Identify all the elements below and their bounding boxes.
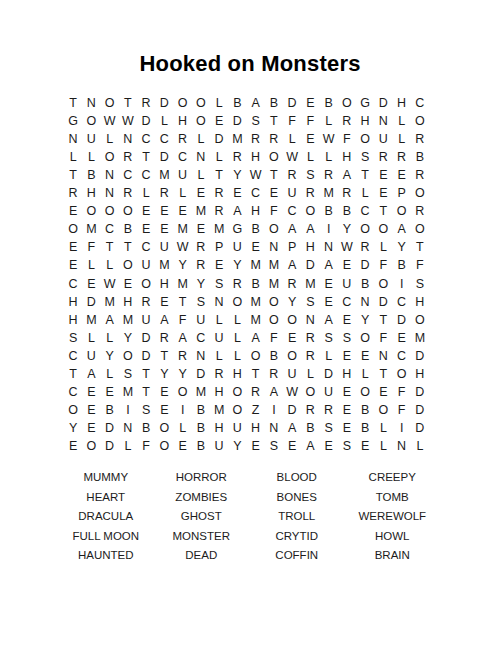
grid-cell[interactable]: N [356,293,374,311]
grid-cell[interactable]: I [119,401,137,419]
grid-cell[interactable]: O [119,347,137,365]
grid-cell[interactable]: N [82,94,100,112]
grid-cell[interactable]: O [247,347,265,365]
grid-cell[interactable]: R [283,166,301,184]
grid-cell[interactable]: S [411,274,429,292]
grid-cell[interactable]: E [192,220,210,238]
grid-cell[interactable]: T [174,293,192,311]
grid-cell[interactable]: E [82,401,100,419]
grid-cell[interactable]: R [338,112,356,130]
grid-cell[interactable]: B [393,256,411,274]
grid-cell[interactable]: D [137,112,155,130]
grid-cell[interactable]: L [356,184,374,202]
grid-cell[interactable]: O [393,202,411,220]
grid-cell[interactable]: C [137,238,155,256]
grid-cell[interactable]: M [228,130,246,148]
grid-cell[interactable]: T [101,238,119,256]
grid-cell[interactable]: R [320,401,338,419]
grid-cell[interactable]: N [393,437,411,455]
grid-cell[interactable]: N [265,419,283,437]
grid-cell[interactable]: D [320,365,338,383]
grid-cell[interactable]: S [320,419,338,437]
grid-cell[interactable]: O [155,419,173,437]
grid-cell[interactable]: D [411,383,429,401]
grid-cell[interactable]: F [301,112,319,130]
grid-cell[interactable]: T [137,365,155,383]
grid-cell[interactable]: S [338,329,356,347]
grid-cell[interactable]: E [338,347,356,365]
grid-cell[interactable]: A [320,311,338,329]
grid-cell[interactable]: M [247,293,265,311]
grid-cell[interactable]: Y [283,293,301,311]
grid-cell[interactable]: C [192,329,210,347]
grid-cell[interactable]: A [247,329,265,347]
grid-cell[interactable]: E [338,401,356,419]
grid-cell[interactable]: B [356,274,374,292]
grid-cell[interactable]: R [210,365,228,383]
grid-cell[interactable]: N [374,347,392,365]
grid-cell[interactable]: I [174,401,192,419]
grid-cell[interactable]: N [101,184,119,202]
grid-cell[interactable]: D [411,419,429,437]
grid-cell[interactable]: S [137,401,155,419]
grid-cell[interactable]: E [64,202,82,220]
grid-cell[interactable]: E [374,383,392,401]
grid-cell[interactable]: A [283,220,301,238]
grid-cell[interactable]: C [174,148,192,166]
grid-cell[interactable]: Y [338,220,356,238]
grid-cell[interactable]: A [101,311,119,329]
grid-cell[interactable]: O [101,202,119,220]
grid-cell[interactable]: M [192,202,210,220]
grid-cell[interactable]: O [119,202,137,220]
grid-cell[interactable]: N [119,130,137,148]
grid-cell[interactable]: U [82,130,100,148]
grid-cell[interactable]: H [393,94,411,112]
grid-cell[interactable]: R [119,148,137,166]
grid-cell[interactable]: H [411,293,429,311]
grid-cell[interactable]: L [374,437,392,455]
grid-cell[interactable]: M [320,184,338,202]
grid-cell[interactable]: M [101,293,119,311]
grid-cell[interactable]: M [119,311,137,329]
grid-cell[interactable]: C [393,347,411,365]
grid-cell[interactable]: L [320,148,338,166]
grid-cell[interactable]: S [210,274,228,292]
grid-cell[interactable]: E [301,130,319,148]
grid-cell[interactable]: O [301,383,319,401]
grid-cell[interactable]: E [64,238,82,256]
grid-cell[interactable]: M [210,401,228,419]
grid-cell[interactable]: N [374,112,392,130]
grid-cell[interactable]: Y [393,238,411,256]
grid-cell[interactable]: N [101,166,119,184]
grid-cell[interactable]: L [174,184,192,202]
grid-cell[interactable]: H [210,383,228,401]
grid-cell[interactable]: R [411,166,429,184]
grid-cell[interactable]: E [338,383,356,401]
grid-cell[interactable]: H [82,184,100,202]
grid-cell[interactable]: E [155,383,173,401]
grid-cell[interactable]: R [64,184,82,202]
grid-cell[interactable]: I [393,274,411,292]
grid-cell[interactable]: W [283,383,301,401]
grid-cell[interactable]: E [265,184,283,202]
grid-cell[interactable]: F [338,130,356,148]
grid-cell[interactable]: U [155,238,173,256]
grid-cell[interactable]: U [192,311,210,329]
grid-cell[interactable]: E [119,274,137,292]
grid-cell[interactable]: T [265,166,283,184]
grid-cell[interactable]: T [265,112,283,130]
grid-cell[interactable]: Y [101,347,119,365]
grid-cell[interactable]: E [210,112,228,130]
grid-cell[interactable]: F [393,383,411,401]
grid-cell[interactable]: W [247,166,265,184]
grid-cell[interactable]: B [301,419,319,437]
grid-cell[interactable]: S [119,365,137,383]
grid-cell[interactable]: L [411,437,429,455]
grid-cell[interactable]: M [82,311,100,329]
grid-cell[interactable]: W [101,274,119,292]
grid-cell[interactable]: B [247,220,265,238]
grid-cell[interactable]: O [356,383,374,401]
grid-cell[interactable]: N [301,311,319,329]
grid-cell[interactable]: E [374,184,392,202]
grid-cell[interactable]: R [393,148,411,166]
grid-cell[interactable]: B [228,94,246,112]
grid-cell[interactable]: O [192,94,210,112]
grid-cell[interactable]: H [338,148,356,166]
grid-cell[interactable]: T [374,365,392,383]
grid-cell[interactable]: O [228,401,246,419]
grid-cell[interactable]: O [192,112,210,130]
grid-cell[interactable]: B [101,401,119,419]
grid-cell[interactable]: O [301,202,319,220]
grid-cell[interactable]: H [411,365,429,383]
grid-cell[interactable]: P [393,184,411,202]
grid-cell[interactable]: M [82,220,100,238]
grid-cell[interactable]: R [137,293,155,311]
grid-cell[interactable]: R [192,238,210,256]
grid-cell[interactable]: D [411,347,429,365]
grid-cell[interactable]: H [301,238,319,256]
grid-cell[interactable]: Y [228,256,246,274]
grid-cell[interactable]: S [247,112,265,130]
grid-cell[interactable]: S [320,329,338,347]
grid-cell[interactable]: T [155,347,173,365]
grid-cell[interactable]: C [411,94,429,112]
grid-cell[interactable]: U [320,383,338,401]
grid-cell[interactable]: O [411,220,429,238]
grid-cell[interactable]: D [374,293,392,311]
grid-cell[interactable]: L [393,130,411,148]
grid-cell[interactable]: B [82,166,100,184]
grid-cell[interactable]: W [119,112,137,130]
grid-cell[interactable]: G [228,220,246,238]
grid-cell[interactable]: H [174,112,192,130]
grid-cell[interactable]: O [101,94,119,112]
grid-cell[interactable]: T [356,166,374,184]
grid-cell[interactable]: O [265,311,283,329]
grid-cell[interactable]: R [210,184,228,202]
grid-cell[interactable]: D [82,293,100,311]
grid-cell[interactable]: O [64,220,82,238]
grid-cell[interactable]: C [137,130,155,148]
grid-cell[interactable]: E [82,383,100,401]
grid-cell[interactable]: O [137,274,155,292]
grid-cell[interactable]: L [82,256,100,274]
grid-cell[interactable]: F [393,401,411,419]
grid-cell[interactable]: O [174,94,192,112]
grid-cell[interactable]: E [210,256,228,274]
grid-cell[interactable]: O [82,202,100,220]
grid-cell[interactable]: D [283,401,301,419]
grid-cell[interactable]: O [265,220,283,238]
grid-cell[interactable]: R [137,94,155,112]
grid-cell[interactable]: S [338,437,356,455]
grid-cell[interactable]: A [247,94,265,112]
grid-cell[interactable]: O [228,383,246,401]
grid-cell[interactable]: I [320,220,338,238]
grid-cell[interactable]: L [119,437,137,455]
grid-cell[interactable]: O [393,365,411,383]
grid-cell[interactable]: H [247,148,265,166]
grid-cell[interactable]: L [210,148,228,166]
grid-cell[interactable]: A [393,220,411,238]
grid-cell[interactable]: W [174,238,192,256]
grid-cell[interactable]: F [265,202,283,220]
grid-cell[interactable]: U [374,130,392,148]
grid-cell[interactable]: L [192,130,210,148]
grid-cell[interactable]: N [265,238,283,256]
grid-cell[interactable]: E [174,437,192,455]
grid-cell[interactable]: U [210,329,228,347]
grid-cell[interactable]: L [101,130,119,148]
grid-cell[interactable]: L [301,148,319,166]
grid-cell[interactable]: E [393,329,411,347]
grid-cell[interactable]: M [265,256,283,274]
grid-cell[interactable]: U [82,347,100,365]
grid-cell[interactable]: E [301,94,319,112]
grid-cell[interactable]: F [374,329,392,347]
grid-cell[interactable]: T [374,202,392,220]
grid-cell[interactable]: L [228,347,246,365]
grid-cell[interactable]: A [174,329,192,347]
grid-cell[interactable]: Y [228,166,246,184]
grid-cell[interactable]: F [137,437,155,455]
grid-cell[interactable]: O [82,112,100,130]
grid-cell[interactable]: L [155,112,173,130]
grid-cell[interactable]: E [283,437,301,455]
grid-cell[interactable]: Y [356,311,374,329]
grid-cell[interactable]: C [101,220,119,238]
grid-cell[interactable]: M [155,256,173,274]
grid-cell[interactable]: D [155,94,173,112]
grid-cell[interactable]: B [356,401,374,419]
grid-cell[interactable]: O [283,347,301,365]
grid-cell[interactable]: L [137,184,155,202]
grid-cell[interactable]: L [82,329,100,347]
grid-cell[interactable]: A [265,383,283,401]
grid-cell[interactable]: C [338,293,356,311]
grid-cell[interactable]: E [174,202,192,220]
grid-cell[interactable]: H [338,365,356,383]
grid-cell[interactable]: T [137,383,155,401]
grid-cell[interactable]: E [338,419,356,437]
grid-cell[interactable]: W [320,130,338,148]
grid-cell[interactable]: Y [174,256,192,274]
grid-cell[interactable]: O [265,148,283,166]
grid-cell[interactable]: Y [119,329,137,347]
grid-cell[interactable]: L [210,94,228,112]
grid-cell[interactable]: T [137,148,155,166]
grid-cell[interactable]: R [356,238,374,256]
grid-cell[interactable]: T [411,238,429,256]
grid-cell[interactable]: B [192,401,210,419]
grid-cell[interactable]: U [210,437,228,455]
grid-cell[interactable]: A [283,419,301,437]
grid-cell[interactable]: R [411,202,429,220]
grid-cell[interactable]: M [174,220,192,238]
grid-cell[interactable]: G [64,112,82,130]
grid-cell[interactable]: E [192,184,210,202]
grid-cell[interactable]: L [320,347,338,365]
grid-cell[interactable]: C [283,202,301,220]
grid-cell[interactable]: E [320,293,338,311]
grid-cell[interactable]: L [374,419,392,437]
grid-cell[interactable]: E [338,256,356,274]
grid-cell[interactable]: L [64,148,82,166]
grid-cell[interactable]: E [82,274,100,292]
grid-cell[interactable]: L [101,329,119,347]
grid-cell[interactable]: O [174,383,192,401]
grid-cell[interactable]: C [119,166,137,184]
grid-cell[interactable]: D [192,365,210,383]
grid-cell[interactable]: O [82,437,100,455]
grid-cell[interactable]: C [64,274,82,292]
grid-cell[interactable]: Y [155,365,173,383]
grid-cell[interactable]: O [265,293,283,311]
grid-cell[interactable]: H [356,112,374,130]
grid-cell[interactable]: E [137,202,155,220]
grid-cell[interactable]: E [137,220,155,238]
grid-cell[interactable]: L [301,365,319,383]
grid-cell[interactable]: M [247,256,265,274]
grid-cell[interactable]: L [228,329,246,347]
grid-cell[interactable]: F [265,329,283,347]
grid-cell[interactable]: L [210,347,228,365]
grid-cell[interactable]: U [338,274,356,292]
grid-cell[interactable]: Y [228,437,246,455]
grid-cell[interactable]: B [320,202,338,220]
grid-cell[interactable]: B [265,94,283,112]
grid-cell[interactable]: R [119,184,137,202]
grid-cell[interactable]: E [64,256,82,274]
grid-cell[interactable]: W [283,148,301,166]
grid-cell[interactable]: U [228,419,246,437]
grid-cell[interactable]: D [393,311,411,329]
grid-cell[interactable]: B [192,419,210,437]
grid-cell[interactable]: R [247,383,265,401]
grid-cell[interactable]: W [101,112,119,130]
grid-cell[interactable]: D [101,437,119,455]
grid-cell[interactable]: T [64,94,82,112]
grid-cell[interactable]: H [64,311,82,329]
grid-cell[interactable]: L [210,311,228,329]
grid-cell[interactable]: N [192,347,210,365]
grid-cell[interactable]: O [374,274,392,292]
grid-cell[interactable]: F [374,256,392,274]
grid-cell[interactable]: G [356,94,374,112]
grid-cell[interactable]: E [155,202,173,220]
grid-cell[interactable]: L [101,256,119,274]
grid-cell[interactable]: H [155,274,173,292]
grid-cell[interactable]: O [64,401,82,419]
grid-cell[interactable]: H [210,419,228,437]
grid-cell[interactable]: B [247,274,265,292]
grid-cell[interactable]: O [374,401,392,419]
grid-cell[interactable]: I [393,419,411,437]
grid-cell[interactable]: Y [192,274,210,292]
grid-cell[interactable]: B [320,94,338,112]
grid-cell[interactable]: R [228,148,246,166]
grid-cell[interactable]: E [155,293,173,311]
grid-cell[interactable]: S [301,293,319,311]
grid-cell[interactable]: O [283,311,301,329]
grid-cell[interactable]: D [101,419,119,437]
grid-cell[interactable]: I [265,401,283,419]
grid-cell[interactable]: Y [64,419,82,437]
grid-cell[interactable]: F [411,256,429,274]
grid-cell[interactable]: Z [247,401,265,419]
grid-cell[interactable]: Y [174,365,192,383]
grid-cell[interactable]: M [247,311,265,329]
grid-cell[interactable]: E [356,347,374,365]
grid-cell[interactable]: E [338,311,356,329]
grid-cell[interactable]: M [265,274,283,292]
grid-cell[interactable]: E [101,383,119,401]
grid-cell[interactable]: S [356,148,374,166]
grid-cell[interactable]: M [210,220,228,238]
grid-cell[interactable]: H [247,202,265,220]
grid-cell[interactable]: T [247,365,265,383]
grid-cell[interactable]: N [119,419,137,437]
grid-cell[interactable]: E [356,437,374,455]
grid-cell[interactable]: A [283,256,301,274]
grid-cell[interactable]: R [411,130,429,148]
grid-cell[interactable]: O [411,311,429,329]
grid-cell[interactable]: L [283,130,301,148]
grid-cell[interactable]: F [174,311,192,329]
grid-cell[interactable]: O [411,112,429,130]
grid-cell[interactable]: N [64,130,82,148]
grid-cell[interactable]: U [228,238,246,256]
grid-cell[interactable]: L [393,112,411,130]
grid-cell[interactable]: M [411,329,429,347]
grid-cell[interactable]: E [320,274,338,292]
grid-cell[interactable]: N [192,148,210,166]
grid-cell[interactable]: L [174,419,192,437]
grid-cell[interactable]: A [82,365,100,383]
grid-cell[interactable]: R [338,184,356,202]
grid-cell[interactable]: E [393,166,411,184]
grid-cell[interactable]: L [192,166,210,184]
grid-cell[interactable]: T [210,166,228,184]
grid-cell[interactable]: H [64,293,82,311]
grid-cell[interactable]: R [155,184,173,202]
grid-cell[interactable]: D [137,329,155,347]
